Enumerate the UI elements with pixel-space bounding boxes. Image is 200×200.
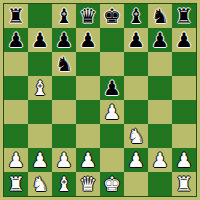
square-h5[interactable] [172, 76, 196, 100]
square-h1[interactable]: ♜ [172, 172, 196, 196]
square-g2[interactable]: ♟ [148, 148, 172, 172]
white-king-piece: ♚ [103, 172, 121, 196]
square-b8[interactable] [28, 4, 52, 28]
white-pawn-piece: ♟ [127, 148, 145, 172]
square-c4[interactable] [52, 100, 76, 124]
black-pawn-piece: ♟ [151, 28, 169, 52]
black-bishop-piece: ♝ [127, 4, 145, 28]
white-queen-piece: ♛ [79, 172, 97, 196]
square-b5[interactable]: ♝ [28, 76, 52, 100]
square-h4[interactable] [172, 100, 196, 124]
square-d3[interactable] [76, 124, 100, 148]
black-pawn-piece: ♟ [55, 28, 73, 52]
white-knight-piece: ♞ [31, 172, 49, 196]
square-b4[interactable] [28, 100, 52, 124]
square-d7[interactable]: ♟ [76, 28, 100, 52]
black-pawn-piece: ♟ [127, 28, 145, 52]
square-f2[interactable]: ♟ [124, 148, 148, 172]
square-e6[interactable] [100, 52, 124, 76]
square-h7[interactable]: ♟ [172, 28, 196, 52]
square-g3[interactable] [148, 124, 172, 148]
square-a2[interactable]: ♟ [4, 148, 28, 172]
black-rook-piece: ♜ [175, 4, 193, 28]
black-pawn-piece: ♟ [175, 28, 193, 52]
square-f6[interactable] [124, 52, 148, 76]
square-g8[interactable]: ♞ [148, 4, 172, 28]
square-f7[interactable]: ♟ [124, 28, 148, 52]
black-rook-piece: ♜ [7, 4, 25, 28]
square-c8[interactable]: ♝ [52, 4, 76, 28]
square-g5[interactable] [148, 76, 172, 100]
square-g4[interactable] [148, 100, 172, 124]
square-b6[interactable] [28, 52, 52, 76]
white-bishop-piece: ♝ [31, 76, 49, 100]
square-e4[interactable]: ♟ [100, 100, 124, 124]
square-c5[interactable] [52, 76, 76, 100]
square-a3[interactable] [4, 124, 28, 148]
square-g7[interactable]: ♟ [148, 28, 172, 52]
black-pawn-piece: ♟ [79, 28, 97, 52]
square-a7[interactable]: ♟ [4, 28, 28, 52]
white-pawn-piece: ♟ [7, 148, 25, 172]
white-pawn-piece: ♟ [31, 148, 49, 172]
black-knight-piece: ♞ [55, 52, 73, 76]
black-pawn-piece: ♟ [7, 28, 25, 52]
square-g1[interactable] [148, 172, 172, 196]
square-f8[interactable]: ♝ [124, 4, 148, 28]
square-b7[interactable]: ♟ [28, 28, 52, 52]
square-e7[interactable] [100, 28, 124, 52]
chess-board-frame: ♜♝♛♚♝♞♜♟♟♟♟♟♟♟♞♝♟♟♞♟♟♟♟♟♟♟♜♞♝♛♚♜ [0, 0, 200, 200]
square-f3[interactable]: ♞ [124, 124, 148, 148]
square-f5[interactable] [124, 76, 148, 100]
black-pawn-piece: ♟ [31, 28, 49, 52]
square-b3[interactable] [28, 124, 52, 148]
square-a6[interactable] [4, 52, 28, 76]
square-d5[interactable] [76, 76, 100, 100]
square-e1[interactable]: ♚ [100, 172, 124, 196]
white-pawn-piece: ♟ [55, 148, 73, 172]
black-knight-piece: ♞ [151, 4, 169, 28]
chess-board: ♜♝♛♚♝♞♜♟♟♟♟♟♟♟♞♝♟♟♞♟♟♟♟♟♟♟♜♞♝♛♚♜ [3, 3, 197, 197]
square-e8[interactable]: ♚ [100, 4, 124, 28]
square-d4[interactable] [76, 100, 100, 124]
square-e3[interactable] [100, 124, 124, 148]
square-g6[interactable] [148, 52, 172, 76]
white-bishop-piece: ♝ [55, 172, 73, 196]
square-d8[interactable]: ♛ [76, 4, 100, 28]
black-pawn-piece: ♟ [103, 76, 121, 100]
black-king-piece: ♚ [103, 4, 121, 28]
white-rook-piece: ♜ [7, 172, 25, 196]
white-pawn-piece: ♟ [175, 148, 193, 172]
square-e2[interactable] [100, 148, 124, 172]
square-c7[interactable]: ♟ [52, 28, 76, 52]
white-knight-piece: ♞ [127, 124, 145, 148]
square-c1[interactable]: ♝ [52, 172, 76, 196]
square-c2[interactable]: ♟ [52, 148, 76, 172]
white-pawn-piece: ♟ [79, 148, 97, 172]
square-h2[interactable]: ♟ [172, 148, 196, 172]
square-a1[interactable]: ♜ [4, 172, 28, 196]
square-f1[interactable] [124, 172, 148, 196]
square-e5[interactable]: ♟ [100, 76, 124, 100]
square-f4[interactable] [124, 100, 148, 124]
square-d6[interactable] [76, 52, 100, 76]
square-h6[interactable] [172, 52, 196, 76]
white-pawn-piece: ♟ [151, 148, 169, 172]
black-queen-piece: ♛ [79, 4, 97, 28]
white-pawn-piece: ♟ [103, 100, 121, 124]
square-d2[interactable]: ♟ [76, 148, 100, 172]
square-c6[interactable]: ♞ [52, 52, 76, 76]
square-b2[interactable]: ♟ [28, 148, 52, 172]
square-a8[interactable]: ♜ [4, 4, 28, 28]
square-d1[interactable]: ♛ [76, 172, 100, 196]
square-h8[interactable]: ♜ [172, 4, 196, 28]
square-h3[interactable] [172, 124, 196, 148]
white-rook-piece: ♜ [175, 172, 193, 196]
square-c3[interactable] [52, 124, 76, 148]
square-a5[interactable] [4, 76, 28, 100]
square-a4[interactable] [4, 100, 28, 124]
square-b1[interactable]: ♞ [28, 172, 52, 196]
black-bishop-piece: ♝ [55, 4, 73, 28]
